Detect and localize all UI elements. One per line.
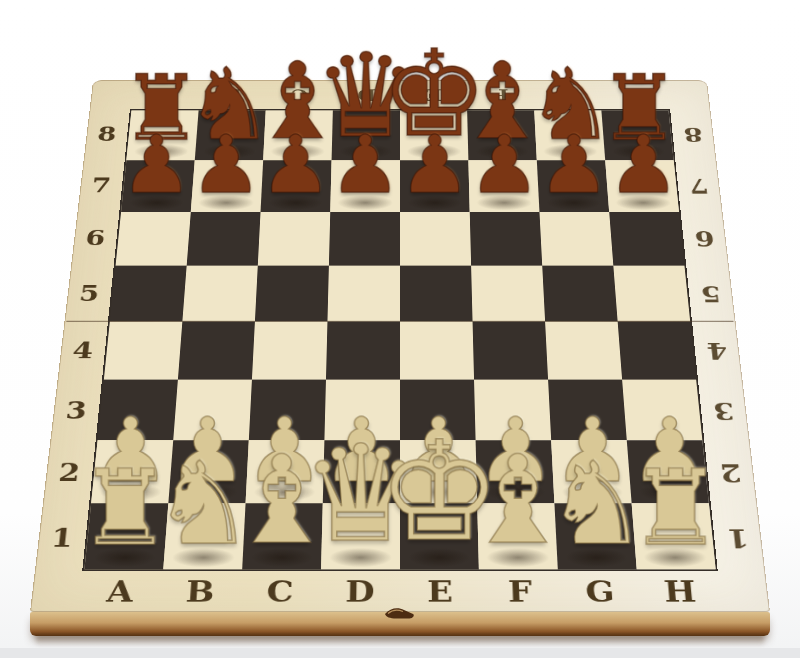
square-g1[interactable]: ♞ (554, 503, 636, 569)
square-e4[interactable] (400, 321, 474, 379)
board-grid: ♜♞♝♛♚♝♞♜♟♟♟♟♟♟♟♟♟♟♟♟♟♟♟♟♜♞♝♛♚♝♞♜ (82, 109, 718, 571)
file-label: G (559, 571, 642, 612)
file-label: C (265, 80, 333, 109)
square-h7[interactable]: ♟ (605, 160, 679, 212)
chess-board: ABCDEFGH ABCDEFGH 87654321 87654321 ♜♞♝♛… (30, 80, 770, 612)
square-g6[interactable] (539, 212, 613, 266)
square-e7[interactable]: ♟ (400, 160, 470, 212)
rank-label: 7 (78, 159, 125, 211)
square-g4[interactable] (545, 321, 622, 379)
square-h5[interactable] (613, 266, 690, 322)
board-shadow (36, 635, 764, 646)
file-label: E (400, 80, 468, 109)
file-label: G (534, 80, 603, 109)
piece-dark-pawn[interactable]: ♟ (468, 125, 540, 205)
square-a4[interactable] (104, 321, 183, 379)
file-label: D (332, 80, 400, 109)
clasp-icon[interactable] (382, 605, 418, 623)
rank-label: 1 (711, 505, 765, 571)
file-label: B (159, 571, 242, 612)
piece-dark-pawn[interactable]: ♟ (608, 125, 680, 205)
square-g7[interactable]: ♟ (537, 160, 609, 212)
file-labels-top: ABCDEFGH (130, 80, 670, 109)
square-f4[interactable] (473, 321, 549, 379)
square-f7[interactable]: ♟ (468, 160, 539, 212)
square-c5[interactable] (255, 266, 329, 322)
square-c6[interactable] (258, 212, 330, 266)
square-e5[interactable] (400, 266, 473, 322)
square-d5[interactable] (327, 266, 400, 322)
file-label: F (467, 80, 535, 109)
rank-label: 8 (670, 109, 716, 159)
piece-dark-pawn[interactable]: ♟ (399, 125, 471, 205)
rank-label: 4 (58, 321, 108, 380)
rank-label: 4 (692, 321, 742, 380)
file-label: C (239, 571, 321, 612)
piece-dark-pawn[interactable]: ♟ (190, 125, 262, 205)
file-label: H (638, 571, 722, 612)
rank-label: 3 (698, 380, 750, 441)
square-h4[interactable] (618, 321, 697, 379)
square-d6[interactable] (329, 212, 400, 266)
rank-label: 5 (64, 265, 113, 321)
square-h1[interactable]: ♜ (632, 503, 716, 569)
square-f5[interactable] (471, 266, 545, 322)
table-edge-shadow (0, 648, 800, 658)
square-a6[interactable] (116, 212, 191, 266)
rank-label: 7 (675, 159, 722, 211)
square-b6[interactable] (187, 212, 261, 266)
piece-dark-pawn[interactable]: ♟ (329, 125, 401, 205)
square-e6[interactable] (400, 212, 471, 266)
piece-dark-pawn[interactable]: ♟ (538, 125, 610, 205)
rank-label: 2 (704, 441, 757, 505)
square-b4[interactable] (178, 321, 255, 379)
square-a5[interactable] (110, 266, 187, 322)
square-d4[interactable] (326, 321, 400, 379)
square-h6[interactable] (609, 212, 684, 266)
file-label: F (479, 571, 561, 612)
photo-background: ABCDEFGH ABCDEFGH 87654321 87654321 ♜♞♝♛… (0, 0, 800, 658)
file-label: H (600, 80, 670, 109)
rank-label: 6 (71, 211, 119, 265)
board-wood-frame: ABCDEFGH ABCDEFGH 87654321 87654321 ♜♞♝♛… (30, 80, 770, 612)
square-b7[interactable]: ♟ (191, 160, 263, 212)
piece-dark-pawn[interactable]: ♟ (121, 125, 193, 205)
square-d7[interactable]: ♟ (330, 160, 400, 212)
piece-dark-pawn[interactable]: ♟ (260, 125, 332, 205)
file-label: A (78, 571, 162, 612)
square-c7[interactable]: ♟ (261, 160, 332, 212)
rank-label: 5 (686, 265, 735, 321)
square-f6[interactable] (470, 212, 542, 266)
square-a7[interactable]: ♟ (121, 160, 195, 212)
square-g5[interactable] (542, 266, 617, 322)
square-b5[interactable] (182, 266, 257, 322)
rank-label: 6 (681, 211, 729, 265)
file-label: B (197, 80, 266, 109)
box-front-edge (30, 612, 770, 636)
file-label: A (130, 80, 200, 109)
square-c4[interactable] (252, 321, 328, 379)
